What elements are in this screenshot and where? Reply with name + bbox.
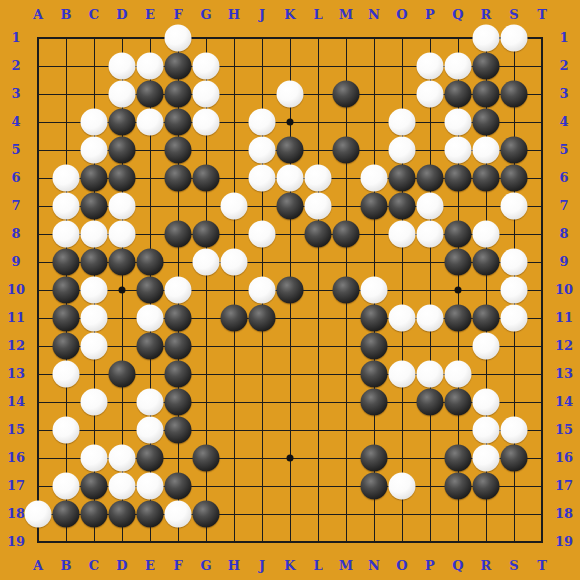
white-stone-E17: [137, 473, 164, 500]
column-label-top: O: [389, 7, 415, 23]
white-stone-B13: [53, 361, 80, 388]
black-stone-R11: [473, 305, 500, 332]
column-label-top: B: [53, 7, 79, 23]
black-stone-D18: [109, 501, 136, 528]
white-stone-R16: [473, 445, 500, 472]
row-label-left: 13: [3, 366, 29, 382]
black-stone-F5: [165, 137, 192, 164]
black-stone-F2: [165, 53, 192, 80]
white-stone-H9: [221, 249, 248, 276]
white-stone-P13: [417, 361, 444, 388]
white-stone-D3: [109, 81, 136, 108]
white-stone-K6: [277, 165, 304, 192]
row-label-right: 18: [551, 506, 577, 522]
black-stone-O7: [389, 193, 416, 220]
white-stone-F10: [165, 277, 192, 304]
black-stone-B10: [53, 277, 80, 304]
black-stone-C17: [81, 473, 108, 500]
row-label-right: 8: [551, 226, 577, 242]
white-stone-P7: [417, 193, 444, 220]
row-label-left: 10: [3, 282, 29, 298]
white-stone-R14: [473, 389, 500, 416]
white-stone-S11: [501, 305, 528, 332]
black-stone-K5: [277, 137, 304, 164]
white-stone-D17: [109, 473, 136, 500]
black-stone-E3: [137, 81, 164, 108]
black-stone-D9: [109, 249, 136, 276]
row-label-left: 14: [3, 394, 29, 410]
column-label-top: L: [305, 7, 331, 23]
column-label-top: P: [417, 7, 443, 23]
black-stone-Q6: [445, 165, 472, 192]
black-stone-Q8: [445, 221, 472, 248]
row-label-left: 7: [3, 198, 29, 214]
white-stone-B8: [53, 221, 80, 248]
column-label-top: E: [137, 7, 163, 23]
row-label-left: 5: [3, 142, 29, 158]
black-stone-Q9: [445, 249, 472, 276]
black-stone-S16: [501, 445, 528, 472]
white-stone-C5: [81, 137, 108, 164]
black-stone-S6: [501, 165, 528, 192]
column-label-bottom: G: [193, 558, 219, 574]
white-stone-R8: [473, 221, 500, 248]
black-stone-K7: [277, 193, 304, 220]
black-stone-N12: [361, 333, 388, 360]
column-label-bottom: D: [109, 558, 135, 574]
black-stone-Q3: [445, 81, 472, 108]
grid-line-vertical: [430, 37, 431, 543]
black-stone-F3: [165, 81, 192, 108]
black-stone-B18: [53, 501, 80, 528]
column-label-bottom: J: [249, 558, 275, 574]
white-stone-P2: [417, 53, 444, 80]
white-stone-A18: [25, 501, 52, 528]
column-label-top: J: [249, 7, 275, 23]
row-label-right: 13: [551, 366, 577, 382]
black-stone-G8: [193, 221, 220, 248]
grid-line-horizontal: [37, 430, 543, 431]
black-stone-M5: [333, 137, 360, 164]
white-stone-E15: [137, 417, 164, 444]
black-stone-F6: [165, 165, 192, 192]
column-label-top: N: [361, 7, 387, 23]
row-label-left: 1: [3, 30, 29, 46]
white-stone-O5: [389, 137, 416, 164]
white-stone-P3: [417, 81, 444, 108]
row-label-right: 5: [551, 142, 577, 158]
column-label-top: C: [81, 7, 107, 23]
black-stone-E10: [137, 277, 164, 304]
black-stone-Q16: [445, 445, 472, 472]
grid-line-vertical: [318, 37, 319, 543]
column-label-top: H: [221, 7, 247, 23]
black-stone-C6: [81, 165, 108, 192]
column-label-bottom: B: [53, 558, 79, 574]
row-label-left: 11: [3, 310, 29, 326]
column-label-bottom: H: [221, 558, 247, 574]
row-label-left: 2: [3, 58, 29, 74]
white-stone-Q4: [445, 109, 472, 136]
star-point-K4: [287, 119, 294, 126]
column-label-bottom: L: [305, 558, 331, 574]
black-stone-N16: [361, 445, 388, 472]
black-stone-D5: [109, 137, 136, 164]
row-label-right: 2: [551, 58, 577, 74]
black-stone-C9: [81, 249, 108, 276]
row-label-left: 12: [3, 338, 29, 354]
black-stone-P14: [417, 389, 444, 416]
white-stone-Q2: [445, 53, 472, 80]
row-label-right: 11: [551, 310, 577, 326]
black-stone-C18: [81, 501, 108, 528]
white-stone-C14: [81, 389, 108, 416]
black-stone-E16: [137, 445, 164, 472]
white-stone-E11: [137, 305, 164, 332]
white-stone-P11: [417, 305, 444, 332]
black-stone-M8: [333, 221, 360, 248]
white-stone-O11: [389, 305, 416, 332]
row-label-right: 17: [551, 478, 577, 494]
white-stone-D2: [109, 53, 136, 80]
black-stone-B11: [53, 305, 80, 332]
column-label-bottom: N: [361, 558, 387, 574]
row-label-right: 4: [551, 114, 577, 130]
white-stone-C12: [81, 333, 108, 360]
black-stone-Q14: [445, 389, 472, 416]
white-stone-O8: [389, 221, 416, 248]
white-stone-B15: [53, 417, 80, 444]
white-stone-J8: [249, 221, 276, 248]
column-label-top: M: [333, 7, 359, 23]
column-label-bottom: F: [165, 558, 191, 574]
white-stone-S10: [501, 277, 528, 304]
row-label-right: 9: [551, 254, 577, 270]
black-stone-F11: [165, 305, 192, 332]
black-stone-J11: [249, 305, 276, 332]
white-stone-E2: [137, 53, 164, 80]
white-stone-J10: [249, 277, 276, 304]
white-stone-Q5: [445, 137, 472, 164]
white-stone-C10: [81, 277, 108, 304]
white-stone-Q13: [445, 361, 472, 388]
white-stone-D16: [109, 445, 136, 472]
black-stone-F4: [165, 109, 192, 136]
white-stone-H7: [221, 193, 248, 220]
black-stone-C7: [81, 193, 108, 220]
black-stone-F8: [165, 221, 192, 248]
column-label-bottom: A: [25, 558, 51, 574]
black-stone-D4: [109, 109, 136, 136]
star-point-D10: [119, 287, 126, 294]
row-label-right: 12: [551, 338, 577, 354]
white-stone-J4: [249, 109, 276, 136]
grid-line-vertical: [541, 37, 543, 543]
white-stone-K3: [277, 81, 304, 108]
star-point-Q10: [455, 287, 462, 294]
white-stone-R12: [473, 333, 500, 360]
white-stone-D7: [109, 193, 136, 220]
black-stone-R9: [473, 249, 500, 276]
column-label-top: G: [193, 7, 219, 23]
black-stone-R3: [473, 81, 500, 108]
row-label-right: 14: [551, 394, 577, 410]
column-label-top: K: [277, 7, 303, 23]
white-stone-N6: [361, 165, 388, 192]
white-stone-R15: [473, 417, 500, 444]
black-stone-M10: [333, 277, 360, 304]
black-stone-R6: [473, 165, 500, 192]
column-label-top: F: [165, 7, 191, 23]
black-stone-Q17: [445, 473, 472, 500]
column-label-top: T: [529, 7, 555, 23]
black-stone-N13: [361, 361, 388, 388]
white-stone-G9: [193, 249, 220, 276]
column-label-bottom: R: [473, 558, 499, 574]
white-stone-B6: [53, 165, 80, 192]
white-stone-C8: [81, 221, 108, 248]
row-label-right: 7: [551, 198, 577, 214]
white-stone-R5: [473, 137, 500, 164]
black-stone-G16: [193, 445, 220, 472]
black-stone-H11: [221, 305, 248, 332]
black-stone-O6: [389, 165, 416, 192]
white-stone-S1: [501, 25, 528, 52]
black-stone-N14: [361, 389, 388, 416]
black-stone-B12: [53, 333, 80, 360]
black-stone-E9: [137, 249, 164, 276]
black-stone-L8: [305, 221, 332, 248]
black-stone-G18: [193, 501, 220, 528]
white-stone-R1: [473, 25, 500, 52]
column-label-bottom: T: [529, 558, 555, 574]
white-stone-J6: [249, 165, 276, 192]
white-stone-E4: [137, 109, 164, 136]
column-label-bottom: M: [333, 558, 359, 574]
column-label-top: D: [109, 7, 135, 23]
black-stone-N11: [361, 305, 388, 332]
star-point-K16: [287, 455, 294, 462]
white-stone-P8: [417, 221, 444, 248]
row-label-left: 9: [3, 254, 29, 270]
grid-line-horizontal: [37, 346, 543, 347]
white-stone-C4: [81, 109, 108, 136]
row-label-right: 3: [551, 86, 577, 102]
black-stone-B9: [53, 249, 80, 276]
black-stone-P6: [417, 165, 444, 192]
row-label-left: 15: [3, 422, 29, 438]
row-label-left: 6: [3, 170, 29, 186]
white-stone-G2: [193, 53, 220, 80]
black-stone-N17: [361, 473, 388, 500]
row-label-left: 3: [3, 86, 29, 102]
column-label-bottom: K: [277, 558, 303, 574]
column-label-top: Q: [445, 7, 471, 23]
black-stone-R2: [473, 53, 500, 80]
white-stone-S9: [501, 249, 528, 276]
black-stone-G6: [193, 165, 220, 192]
column-label-bottom: C: [81, 558, 107, 574]
white-stone-O17: [389, 473, 416, 500]
black-stone-F13: [165, 361, 192, 388]
grid-line-horizontal: [37, 541, 543, 543]
row-label-right: 10: [551, 282, 577, 298]
black-stone-K10: [277, 277, 304, 304]
row-label-right: 6: [551, 170, 577, 186]
white-stone-B17: [53, 473, 80, 500]
white-stone-C11: [81, 305, 108, 332]
row-label-left: 8: [3, 226, 29, 242]
row-label-left: 16: [3, 450, 29, 466]
column-label-top: A: [25, 7, 51, 23]
row-label-left: 4: [3, 114, 29, 130]
black-stone-M3: [333, 81, 360, 108]
black-stone-S3: [501, 81, 528, 108]
white-stone-S7: [501, 193, 528, 220]
white-stone-O13: [389, 361, 416, 388]
column-label-top: R: [473, 7, 499, 23]
row-label-right: 19: [551, 534, 577, 550]
white-stone-F1: [165, 25, 192, 52]
white-stone-J5: [249, 137, 276, 164]
row-label-left: 17: [3, 478, 29, 494]
white-stone-B7: [53, 193, 80, 220]
white-stone-G4: [193, 109, 220, 136]
column-label-bottom: E: [137, 558, 163, 574]
column-label-top: S: [501, 7, 527, 23]
row-label-right: 16: [551, 450, 577, 466]
black-stone-F17: [165, 473, 192, 500]
column-label-bottom: S: [501, 558, 527, 574]
white-stone-C16: [81, 445, 108, 472]
black-stone-F14: [165, 389, 192, 416]
black-stone-R17: [473, 473, 500, 500]
white-stone-L6: [305, 165, 332, 192]
column-label-bottom: O: [389, 558, 415, 574]
row-label-left: 19: [3, 534, 29, 550]
black-stone-E12: [137, 333, 164, 360]
black-stone-R4: [473, 109, 500, 136]
white-stone-O4: [389, 109, 416, 136]
black-stone-Q11: [445, 305, 472, 332]
white-stone-D8: [109, 221, 136, 248]
column-label-bottom: P: [417, 558, 443, 574]
white-stone-G3: [193, 81, 220, 108]
row-label-right: 15: [551, 422, 577, 438]
row-label-right: 1: [551, 30, 577, 46]
black-stone-S5: [501, 137, 528, 164]
white-stone-N10: [361, 277, 388, 304]
black-stone-E18: [137, 501, 164, 528]
black-stone-F12: [165, 333, 192, 360]
white-stone-F18: [165, 501, 192, 528]
white-stone-E14: [137, 389, 164, 416]
black-stone-F15: [165, 417, 192, 444]
white-stone-L7: [305, 193, 332, 220]
black-stone-D13: [109, 361, 136, 388]
black-stone-N7: [361, 193, 388, 220]
column-label-bottom: Q: [445, 558, 471, 574]
go-board[interactable]: AABBCCDDEEFFGGHHJJKKLLMMNNOOPPQQRRSSTT11…: [0, 0, 580, 580]
black-stone-D6: [109, 165, 136, 192]
white-stone-S15: [501, 417, 528, 444]
